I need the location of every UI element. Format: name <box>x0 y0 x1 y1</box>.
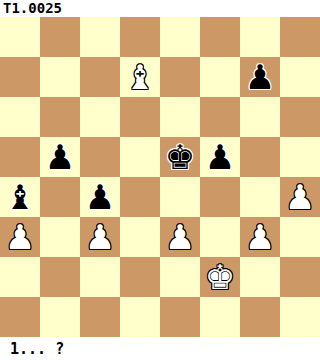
white-king-f2[interactable]: ♚ <box>200 257 240 297</box>
square-a3[interactable]: ♟ <box>0 217 40 257</box>
square-c6[interactable] <box>80 97 120 137</box>
square-e6[interactable] <box>160 97 200 137</box>
square-g7[interactable]: ♟ <box>240 57 280 97</box>
square-h5[interactable] <box>280 137 320 177</box>
square-b1[interactable] <box>40 297 80 337</box>
square-g8[interactable] <box>240 17 280 57</box>
square-g6[interactable] <box>240 97 280 137</box>
black-pawn-g7[interactable]: ♟ <box>240 57 280 97</box>
square-f2[interactable]: ♚ <box>200 257 240 297</box>
square-a1[interactable] <box>0 297 40 337</box>
white-bishop-d7[interactable]: ♝ <box>120 57 160 97</box>
square-b3[interactable] <box>40 217 80 257</box>
square-c1[interactable] <box>80 297 120 337</box>
square-h4[interactable]: ♟ <box>280 177 320 217</box>
square-c3[interactable]: ♟ <box>80 217 120 257</box>
square-h3[interactable] <box>280 217 320 257</box>
square-h1[interactable] <box>280 297 320 337</box>
white-pawn-c3[interactable]: ♟ <box>80 217 120 257</box>
black-king-e5[interactable]: ♚ <box>160 137 200 177</box>
square-a2[interactable] <box>0 257 40 297</box>
square-a5[interactable] <box>0 137 40 177</box>
square-h7[interactable] <box>280 57 320 97</box>
square-g2[interactable] <box>240 257 280 297</box>
square-f8[interactable] <box>200 17 240 57</box>
square-a4[interactable]: ♝ <box>0 177 40 217</box>
black-pawn-b5[interactable]: ♟ <box>40 137 80 177</box>
square-f5[interactable]: ♟ <box>200 137 240 177</box>
square-c7[interactable] <box>80 57 120 97</box>
square-g5[interactable] <box>240 137 280 177</box>
square-c4[interactable]: ♟ <box>80 177 120 217</box>
square-d4[interactable] <box>120 177 160 217</box>
square-h6[interactable] <box>280 97 320 137</box>
square-a8[interactable] <box>0 17 40 57</box>
square-f3[interactable] <box>200 217 240 257</box>
square-b7[interactable] <box>40 57 80 97</box>
square-e3[interactable]: ♟ <box>160 217 200 257</box>
square-e4[interactable] <box>160 177 200 217</box>
square-g4[interactable] <box>240 177 280 217</box>
square-d2[interactable] <box>120 257 160 297</box>
square-b8[interactable] <box>40 17 80 57</box>
square-b5[interactable]: ♟ <box>40 137 80 177</box>
white-pawn-a3[interactable]: ♟ <box>0 217 40 257</box>
square-f6[interactable] <box>200 97 240 137</box>
square-d5[interactable] <box>120 137 160 177</box>
square-c5[interactable] <box>80 137 120 177</box>
square-g1[interactable] <box>240 297 280 337</box>
square-d1[interactable] <box>120 297 160 337</box>
square-e8[interactable] <box>160 17 200 57</box>
square-e5[interactable]: ♚ <box>160 137 200 177</box>
square-a6[interactable] <box>0 97 40 137</box>
black-pawn-c4[interactable]: ♟ <box>80 177 120 217</box>
puzzle-title: T1.0025 <box>3 0 62 17</box>
square-a7[interactable] <box>0 57 40 97</box>
puzzle-page: T1.0025 ♝♟♟♚♟♝♟♟♟♟♟♟♚ 1... ? <box>0 0 320 360</box>
chess-board: ♝♟♟♚♟♝♟♟♟♟♟♟♚ <box>0 17 320 337</box>
square-e1[interactable] <box>160 297 200 337</box>
square-e7[interactable] <box>160 57 200 97</box>
square-f4[interactable] <box>200 177 240 217</box>
black-pawn-f5[interactable]: ♟ <box>200 137 240 177</box>
white-pawn-g3[interactable]: ♟ <box>240 217 280 257</box>
square-d8[interactable] <box>120 17 160 57</box>
square-f1[interactable] <box>200 297 240 337</box>
white-pawn-e3[interactable]: ♟ <box>160 217 200 257</box>
square-h2[interactable] <box>280 257 320 297</box>
square-h8[interactable] <box>280 17 320 57</box>
square-d7[interactable]: ♝ <box>120 57 160 97</box>
black-bishop-a4[interactable]: ♝ <box>0 177 40 217</box>
square-d3[interactable] <box>120 217 160 257</box>
square-c8[interactable] <box>80 17 120 57</box>
square-b2[interactable] <box>40 257 80 297</box>
square-d6[interactable] <box>120 97 160 137</box>
white-pawn-h4[interactable]: ♟ <box>280 177 320 217</box>
square-c2[interactable] <box>80 257 120 297</box>
square-f7[interactable] <box>200 57 240 97</box>
square-e2[interactable] <box>160 257 200 297</box>
square-g3[interactable]: ♟ <box>240 217 280 257</box>
square-b4[interactable] <box>40 177 80 217</box>
move-prompt: 1... ? <box>10 338 64 360</box>
square-b6[interactable] <box>40 97 80 137</box>
